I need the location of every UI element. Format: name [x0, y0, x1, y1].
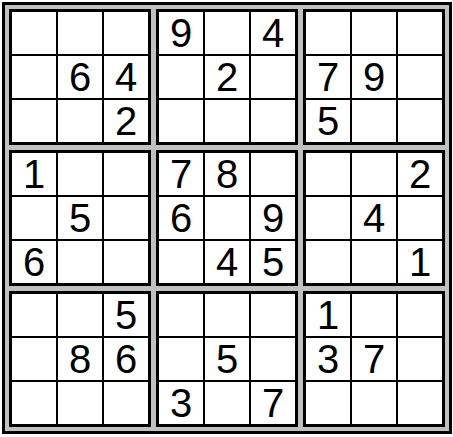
cell-r6c1[interactable]: 6 — [11, 240, 57, 284]
cell-r7c6[interactable] — [250, 293, 296, 337]
cell-r4c3[interactable] — [103, 152, 149, 196]
cell-r4c6[interactable] — [250, 152, 296, 196]
cell-r5c2[interactable]: 5 — [57, 196, 103, 240]
cell-r2c5[interactable]: 2 — [204, 55, 250, 99]
cell-r3c8[interactable] — [351, 99, 397, 143]
cell-r3c5[interactable] — [204, 99, 250, 143]
cell-r6c4[interactable] — [158, 240, 204, 284]
cell-r6c8[interactable] — [351, 240, 397, 284]
cell-r9c6[interactable]: 7 — [250, 381, 296, 425]
cell-r1c6[interactable]: 4 — [250, 11, 296, 55]
cell-r4c1[interactable]: 1 — [11, 152, 57, 196]
cell-r7c3[interactable]: 5 — [103, 293, 149, 337]
box-r3c3: 137 — [303, 291, 445, 427]
cell-r7c8[interactable] — [351, 293, 397, 337]
cell-r7c2[interactable] — [57, 293, 103, 337]
cell-r1c8[interactable] — [351, 11, 397, 55]
cell-r5c9[interactable] — [397, 196, 443, 240]
cell-r5c4[interactable]: 6 — [158, 196, 204, 240]
cell-r3c6[interactable] — [250, 99, 296, 143]
cell-r5c3[interactable] — [103, 196, 149, 240]
cell-r7c1[interactable] — [11, 293, 57, 337]
page: 642942795156786945241586537137 — [0, 0, 453, 437]
cell-r6c7[interactable] — [305, 240, 351, 284]
cell-r8c2[interactable]: 8 — [57, 337, 103, 381]
cell-r3c1[interactable] — [11, 99, 57, 143]
cell-r9c3[interactable] — [103, 381, 149, 425]
cell-r7c4[interactable] — [158, 293, 204, 337]
cell-r9c1[interactable] — [11, 381, 57, 425]
cell-r6c3[interactable] — [103, 240, 149, 284]
cell-r5c7[interactable] — [305, 196, 351, 240]
cell-r3c3[interactable]: 2 — [103, 99, 149, 143]
cell-r1c3[interactable] — [103, 11, 149, 55]
cell-r9c7[interactable] — [305, 381, 351, 425]
cell-r1c9[interactable] — [397, 11, 443, 55]
cell-r9c5[interactable] — [204, 381, 250, 425]
cell-r7c9[interactable] — [397, 293, 443, 337]
cell-r9c9[interactable] — [397, 381, 443, 425]
cell-r8c7[interactable]: 3 — [305, 337, 351, 381]
cell-r2c8[interactable]: 9 — [351, 55, 397, 99]
box-r1c2: 942 — [156, 9, 298, 145]
cell-r2c9[interactable] — [397, 55, 443, 99]
cell-r3c9[interactable] — [397, 99, 443, 143]
cell-r1c2[interactable] — [57, 11, 103, 55]
cell-r8c5[interactable]: 5 — [204, 337, 250, 381]
cell-r5c1[interactable] — [11, 196, 57, 240]
cell-r7c5[interactable] — [204, 293, 250, 337]
cell-r8c6[interactable] — [250, 337, 296, 381]
cell-r6c5[interactable]: 4 — [204, 240, 250, 284]
cell-r5c8[interactable]: 4 — [351, 196, 397, 240]
box-r2c1: 156 — [9, 150, 151, 286]
cell-r2c6[interactable] — [250, 55, 296, 99]
cell-r4c7[interactable] — [305, 152, 351, 196]
cell-r1c4[interactable]: 9 — [158, 11, 204, 55]
sudoku-board: 642942795156786945241586537137 — [2, 2, 452, 434]
cell-r1c1[interactable] — [11, 11, 57, 55]
cell-r4c8[interactable] — [351, 152, 397, 196]
cell-r5c6[interactable]: 9 — [250, 196, 296, 240]
cell-r8c4[interactable] — [158, 337, 204, 381]
cell-r5c5[interactable] — [204, 196, 250, 240]
box-r2c2: 786945 — [156, 150, 298, 286]
cell-r8c3[interactable]: 6 — [103, 337, 149, 381]
cell-r3c7[interactable]: 5 — [305, 99, 351, 143]
cell-r2c1[interactable] — [11, 55, 57, 99]
cell-r6c2[interactable] — [57, 240, 103, 284]
cell-r3c2[interactable] — [57, 99, 103, 143]
cell-r2c3[interactable]: 4 — [103, 55, 149, 99]
cell-r6c9[interactable]: 1 — [397, 240, 443, 284]
cell-r7c7[interactable]: 1 — [305, 293, 351, 337]
box-r1c3: 795 — [303, 9, 445, 145]
cell-r4c5[interactable]: 8 — [204, 152, 250, 196]
cell-r8c8[interactable]: 7 — [351, 337, 397, 381]
cell-r8c1[interactable] — [11, 337, 57, 381]
box-r3c1: 586 — [9, 291, 151, 427]
cell-r3c4[interactable] — [158, 99, 204, 143]
box-r3c2: 537 — [156, 291, 298, 427]
cell-r6c6[interactable]: 5 — [250, 240, 296, 284]
cell-r2c2[interactable]: 6 — [57, 55, 103, 99]
cell-r4c2[interactable] — [57, 152, 103, 196]
cell-r1c5[interactable] — [204, 11, 250, 55]
cell-r9c2[interactable] — [57, 381, 103, 425]
box-r2c3: 241 — [303, 150, 445, 286]
cell-r8c9[interactable] — [397, 337, 443, 381]
box-r1c1: 642 — [9, 9, 151, 145]
cell-r2c7[interactable]: 7 — [305, 55, 351, 99]
cell-r4c4[interactable]: 7 — [158, 152, 204, 196]
cell-r9c4[interactable]: 3 — [158, 381, 204, 425]
cell-r9c8[interactable] — [351, 381, 397, 425]
cell-r2c4[interactable] — [158, 55, 204, 99]
cell-r4c9[interactable]: 2 — [397, 152, 443, 196]
cell-r1c7[interactable] — [305, 11, 351, 55]
